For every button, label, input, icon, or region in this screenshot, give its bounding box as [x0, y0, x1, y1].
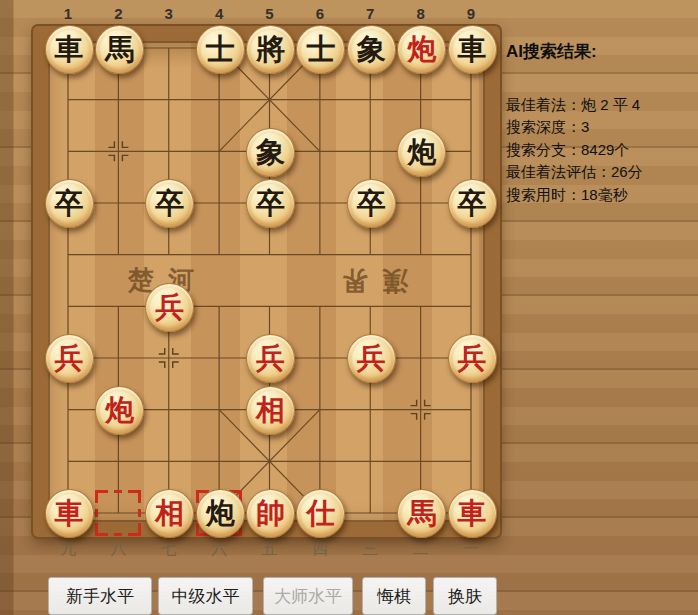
board-grid — [48, 41, 485, 522]
ai-panel-title: AI搜索结果: — [506, 40, 696, 63]
level-intermediate-button[interactable]: 中级水平 — [158, 577, 253, 615]
piece-red-f1r9[interactable]: 車 — [45, 489, 94, 538]
change-skin-button[interactable]: 换肤 — [433, 577, 497, 615]
piece-black-f1r0[interactable]: 車 — [45, 25, 94, 74]
piece-black-f9r3[interactable]: 卒 — [448, 179, 497, 228]
ai-result-line-3: 最佳着法评估：26分 — [506, 161, 696, 183]
piece-black-f4r9[interactable]: 炮 — [196, 489, 245, 538]
ai-result-line-0: 最佳着法：炮 2 平 4 — [506, 94, 696, 116]
file-label-top: 3 — [157, 5, 181, 22]
piece-black-f6r0[interactable]: 士 — [296, 25, 345, 74]
piece-black-f2r0[interactable]: 馬 — [95, 25, 144, 74]
last-move-from-marker — [95, 490, 141, 536]
ai-result-line-4: 搜索用时：18毫秒 — [506, 184, 696, 206]
piece-black-f4r0[interactable]: 士 — [196, 25, 245, 74]
piece-red-f8r9[interactable]: 馬 — [397, 489, 446, 538]
piece-red-f1r6[interactable]: 兵 — [45, 334, 94, 383]
file-label-bottom: 九 — [56, 539, 80, 560]
file-label-bottom: 二 — [409, 539, 433, 560]
file-label-bottom: 六 — [207, 539, 231, 560]
file-label-bottom: 八 — [106, 539, 130, 560]
control-button-row: 新手水平中级水平大师水平悔棋换肤 — [48, 577, 497, 615]
ai-result-line-1: 搜索深度：3 — [506, 116, 696, 138]
file-label-bottom: 七 — [157, 539, 181, 560]
piece-black-f7r0[interactable]: 象 — [347, 25, 396, 74]
piece-black-f7r3[interactable]: 卒 — [347, 179, 396, 228]
ai-search-results-panel: AI搜索结果: 最佳着法：炮 2 平 4搜索深度：3搜索分支：8429个最佳着法… — [506, 40, 696, 206]
piece-black-f1r3[interactable]: 卒 — [45, 179, 94, 228]
piece-black-f9r0[interactable]: 車 — [448, 25, 497, 74]
file-label-top: 9 — [459, 5, 483, 22]
piece-red-f3r5[interactable]: 兵 — [145, 283, 194, 332]
river-text-han-jie: 漢界 — [328, 263, 408, 298]
piece-black-f8r2[interactable]: 炮 — [397, 128, 446, 177]
file-label-top: 8 — [409, 5, 433, 22]
file-label-top: 4 — [207, 5, 231, 22]
ai-result-line-2: 搜索分支：8429个 — [506, 139, 696, 161]
file-label-top: 1 — [56, 5, 80, 22]
file-label-bottom: 四 — [308, 539, 332, 560]
piece-red-f7r6[interactable]: 兵 — [347, 334, 396, 383]
piece-red-f9r6[interactable]: 兵 — [448, 334, 497, 383]
file-label-bottom: 一 — [459, 539, 483, 560]
level-master-button[interactable]: 大师水平 — [263, 577, 353, 615]
file-label-bottom: 五 — [258, 539, 282, 560]
piece-black-f5r0[interactable]: 將 — [246, 25, 295, 74]
level-novice-button[interactable]: 新手水平 — [48, 577, 152, 615]
xiangqi-board[interactable]: 楚河 漢界 車馬士將士象炮車象炮卒卒卒卒卒兵兵兵兵兵炮相車相炮帥仕馬車 — [33, 26, 500, 537]
piece-black-f5r2[interactable]: 象 — [246, 128, 295, 177]
piece-red-f6r9[interactable]: 仕 — [296, 489, 345, 538]
file-label-bottom: 三 — [358, 539, 382, 560]
file-label-top: 7 — [358, 5, 382, 22]
piece-red-f5r9[interactable]: 帥 — [246, 489, 295, 538]
piece-red-f2r7[interactable]: 炮 — [95, 386, 144, 435]
piece-red-f8r0[interactable]: 炮 — [397, 25, 446, 74]
file-label-top: 6 — [308, 5, 332, 22]
piece-red-f3r9[interactable]: 相 — [145, 489, 194, 538]
piece-red-f9r9[interactable]: 車 — [448, 489, 497, 538]
file-label-top: 2 — [106, 5, 130, 22]
piece-red-f5r7[interactable]: 相 — [246, 386, 295, 435]
file-label-top: 5 — [258, 5, 282, 22]
undo-move-button[interactable]: 悔棋 — [362, 577, 426, 615]
